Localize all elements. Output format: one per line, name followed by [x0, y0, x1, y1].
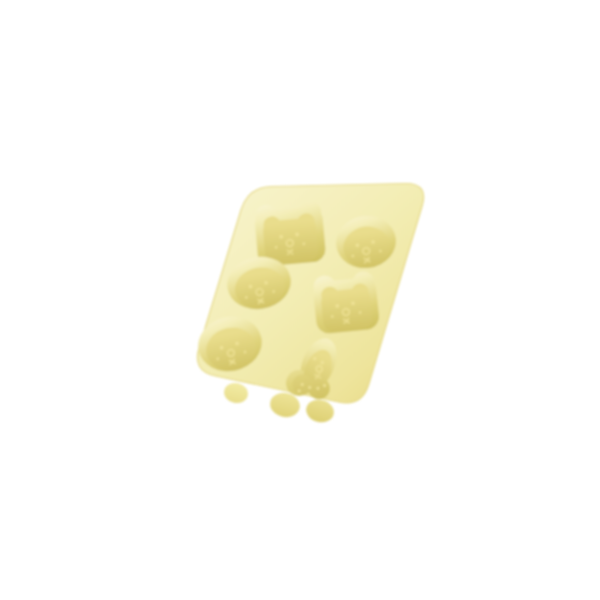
- photo-canvas: [0, 0, 600, 600]
- silicone-mold-product-photo: [0, 0, 600, 600]
- mold-cavity-4-bear-head: [312, 270, 381, 334]
- mold-tray: [193, 183, 424, 425]
- mold-cavity-1-bear-head: [253, 200, 326, 267]
